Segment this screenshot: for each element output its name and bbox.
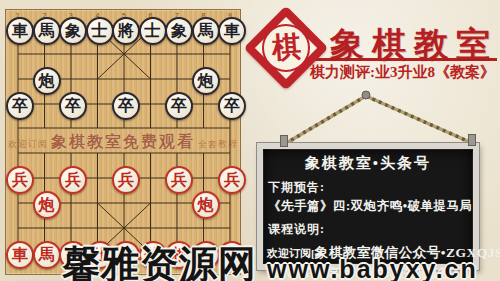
page-subtitle: 棋力测评:业3升业8《教案》 (310, 63, 500, 82)
xiangqi-classroom-poster: 123456789 123456789 欢迎订阅 象棋教室免费观看 全套教程 車… (0, 0, 500, 281)
logo-circle-icon: 棋 (262, 24, 310, 72)
blackboard-clip-right (468, 134, 476, 146)
next-episode-text: 《先手篇》四:双炮齐鸣•破单提马局 (268, 198, 473, 215)
nail-icon (362, 91, 370, 99)
piece-black-馬: 馬 (192, 17, 220, 45)
piece-red-炮: 炮 (192, 191, 220, 219)
logo-character: 棋 (270, 27, 302, 69)
piece-black-士: 士 (139, 17, 167, 45)
piece-black-象: 象 (165, 17, 193, 45)
piece-red-兵: 兵 (59, 166, 87, 194)
piece-black-炮: 炮 (192, 67, 220, 95)
piece-black-卒: 卒 (6, 92, 34, 120)
piece-red-兵: 兵 (218, 166, 246, 194)
blackboard-title: 象棋教室•头条号 (263, 154, 473, 173)
piece-black-士: 士 (86, 17, 114, 45)
piece-red-炮: 炮 (33, 191, 61, 219)
river-watermark-prefix: 欢迎订阅 (8, 138, 48, 151)
piece-black-卒: 卒 (165, 92, 193, 120)
piece-red-車: 車 (6, 241, 34, 269)
watermark-site-name: 馨雅资源网 (62, 245, 257, 281)
piece-red-兵: 兵 (165, 166, 193, 194)
piece-black-炮: 炮 (33, 67, 61, 95)
river-watermark-suffix: 全套教程 (198, 138, 238, 151)
piece-red-兵: 兵 (112, 166, 140, 194)
piece-black-卒: 卒 (218, 92, 246, 120)
xiangqi-board: 123456789 123456789 欢迎订阅 象棋教室免费观看 全套教程 車… (5, 9, 241, 275)
course-info-label: 课程说明: (268, 221, 473, 238)
river-watermark-main: 象棋教室免费观看 (51, 132, 195, 153)
river-watermark: 欢迎订阅 象棋教室免费观看 全套教程 (10, 132, 236, 153)
piece-black-卒: 卒 (59, 92, 87, 120)
blackboard-clip-left (280, 135, 288, 147)
piece-black-馬: 馬 (33, 17, 61, 45)
site-watermark: 馨雅资源网 www.babyxy.cn (62, 245, 478, 281)
piece-black-車: 車 (6, 17, 34, 45)
piece-black-車: 車 (218, 17, 246, 45)
piece-red-馬: 馬 (33, 241, 61, 269)
piece-red-兵: 兵 (6, 166, 34, 194)
chess-classroom-logo: 棋 (243, 5, 329, 91)
next-episode-label: 下期预告: (268, 179, 473, 196)
piece-black-卒: 卒 (112, 92, 140, 120)
piece-black-象: 象 (59, 17, 87, 45)
watermark-site-url: www.babyxy.cn (267, 256, 478, 281)
page-title: 象棋教室 (330, 22, 500, 68)
piece-black-將: 將 (112, 17, 140, 45)
